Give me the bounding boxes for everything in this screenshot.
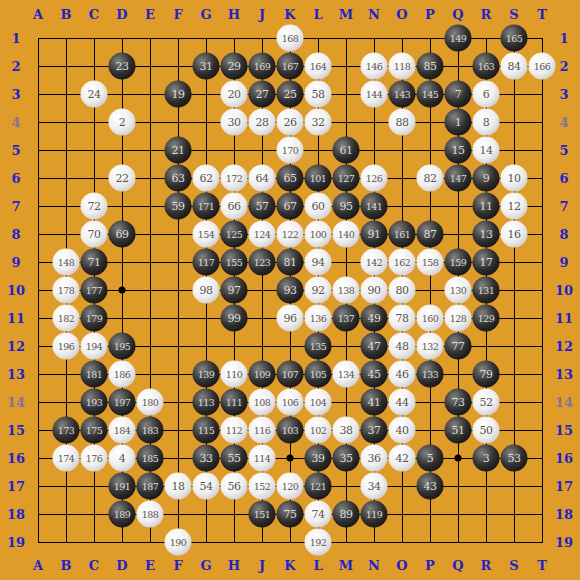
go-stone[interactable]: 84 — [501, 53, 528, 80]
go-stone[interactable]: 91 — [361, 221, 388, 248]
go-stone[interactable]: 172 — [221, 165, 248, 192]
go-board[interactable]: AA11BB22CC33DD44EE55FF66GG77HH88JJ99KK10… — [0, 0, 580, 580]
go-stone[interactable]: 151 — [249, 501, 276, 528]
move-number: 105 — [310, 369, 327, 379]
column-label-bottom: D — [116, 559, 127, 572]
move-number: 38 — [340, 425, 353, 436]
go-stone[interactable]: 190 — [165, 529, 192, 556]
go-stone[interactable]: 36 — [361, 445, 388, 472]
go-stone[interactable]: 128 — [445, 305, 472, 332]
go-stone[interactable]: 107 — [277, 361, 304, 388]
go-stone[interactable]: 42 — [389, 445, 416, 472]
go-stone[interactable]: 7 — [445, 81, 472, 108]
go-stone[interactable]: 118 — [389, 53, 416, 80]
go-stone[interactable]: 79 — [473, 361, 500, 388]
row-label-left: 5 — [11, 144, 20, 157]
row-label-left: 7 — [11, 200, 20, 213]
go-stone[interactable]: 196 — [53, 333, 80, 360]
go-stone[interactable]: 20 — [221, 81, 248, 108]
move-number: 190 — [170, 537, 187, 547]
go-stone[interactable]: 94 — [305, 249, 332, 276]
row-label-right: 10 — [555, 284, 573, 297]
go-stone[interactable]: 142 — [361, 249, 388, 276]
move-number: 185 — [142, 453, 159, 463]
column-label-bottom: B — [61, 559, 72, 572]
move-number: 145 — [422, 89, 439, 99]
move-number: 8 — [483, 117, 490, 128]
row-label-right: 17 — [555, 480, 573, 493]
go-stone[interactable]: 147 — [445, 165, 472, 192]
go-stone[interactable]: 63 — [165, 165, 192, 192]
go-stone[interactable]: 75 — [277, 501, 304, 528]
go-stone[interactable]: 169 — [249, 53, 276, 80]
go-stone[interactable]: 54 — [193, 473, 220, 500]
go-stone[interactable]: 11 — [473, 193, 500, 220]
go-stone[interactable]: 19 — [165, 81, 192, 108]
column-label-top: T — [537, 8, 547, 21]
go-stone[interactable]: 12 — [501, 193, 528, 220]
go-stone[interactable]: 28 — [249, 109, 276, 136]
move-number: 25 — [284, 89, 297, 100]
go-stone[interactable]: 161 — [389, 221, 416, 248]
go-stone[interactable]: 165 — [501, 25, 528, 52]
move-number: 136 — [310, 313, 327, 323]
column-label-top: E — [145, 8, 155, 21]
go-stone[interactable]: 152 — [249, 473, 276, 500]
move-number: 119 — [366, 509, 383, 519]
go-stone[interactable]: 182 — [53, 305, 80, 332]
go-stone[interactable]: 69 — [109, 221, 136, 248]
go-stone[interactable]: 99 — [221, 305, 248, 332]
go-stone[interactable]: 21 — [165, 137, 192, 164]
go-stone[interactable]: 13 — [473, 221, 500, 248]
go-stone[interactable]: 134 — [333, 361, 360, 388]
go-stone[interactable]: 125 — [221, 221, 248, 248]
go-stone[interactable]: 22 — [109, 165, 136, 192]
go-stone[interactable]: 189 — [109, 501, 136, 528]
row-label-left: 12 — [7, 340, 25, 353]
go-stone[interactable]: 187 — [137, 473, 164, 500]
go-stone[interactable]: 64 — [249, 165, 276, 192]
move-number: 128 — [450, 313, 467, 323]
move-number: 187 — [142, 481, 159, 491]
go-stone[interactable]: 43 — [417, 473, 444, 500]
go-stone[interactable]: 33 — [193, 445, 220, 472]
go-stone[interactable]: 82 — [417, 165, 444, 192]
move-number: 117 — [198, 257, 215, 267]
go-stone[interactable]: 87 — [417, 221, 444, 248]
go-stone[interactable]: 177 — [81, 277, 108, 304]
move-number: 59 — [172, 201, 185, 212]
go-stone[interactable]: 80 — [389, 277, 416, 304]
move-number: 146 — [366, 61, 383, 71]
go-stone[interactable]: 77 — [445, 333, 472, 360]
move-number: 15 — [452, 145, 465, 156]
go-stone[interactable]: 167 — [277, 53, 304, 80]
go-stone[interactable]: 173 — [53, 417, 80, 444]
move-number: 14 — [480, 145, 493, 156]
go-stone[interactable]: 171 — [193, 193, 220, 220]
go-stone[interactable]: 129 — [473, 305, 500, 332]
go-stone[interactable]: 90 — [361, 277, 388, 304]
go-stone[interactable]: 102 — [305, 417, 332, 444]
go-stone[interactable]: 131 — [473, 277, 500, 304]
go-stone[interactable]: 1 — [445, 109, 472, 136]
move-number: 95 — [340, 201, 353, 212]
move-number: 183 — [142, 425, 159, 435]
go-stone[interactable]: 65 — [277, 165, 304, 192]
go-stone[interactable]: 154 — [193, 221, 220, 248]
go-stone[interactable]: 47 — [361, 333, 388, 360]
move-number: 74 — [312, 509, 325, 520]
go-stone[interactable]: 148 — [53, 249, 80, 276]
go-stone[interactable]: 115 — [193, 417, 220, 444]
go-stone[interactable]: 188 — [137, 501, 164, 528]
move-number: 94 — [312, 257, 325, 268]
go-stone[interactable]: 18 — [165, 473, 192, 500]
go-stone[interactable]: 89 — [333, 501, 360, 528]
move-number: 147 — [450, 173, 467, 183]
go-stone[interactable]: 81 — [277, 249, 304, 276]
move-number: 112 — [226, 425, 243, 435]
go-stone[interactable]: 127 — [333, 165, 360, 192]
go-stone[interactable]: 29 — [221, 53, 248, 80]
move-number: 90 — [368, 285, 381, 296]
go-stone[interactable]: 112 — [221, 417, 248, 444]
row-label-left: 10 — [7, 284, 25, 297]
go-stone[interactable]: 170 — [277, 137, 304, 164]
go-stone[interactable]: 195 — [109, 333, 136, 360]
go-stone[interactable]: 139 — [193, 361, 220, 388]
move-number: 23 — [116, 61, 129, 72]
move-number: 176 — [86, 453, 103, 463]
go-stone[interactable]: 164 — [305, 53, 332, 80]
go-stone[interactable]: 14 — [473, 137, 500, 164]
move-number: 93 — [284, 285, 297, 296]
go-stone[interactable]: 132 — [417, 333, 444, 360]
go-stone[interactable]: 39 — [305, 445, 332, 472]
go-stone[interactable]: 72 — [81, 193, 108, 220]
go-stone[interactable]: 37 — [361, 417, 388, 444]
move-number: 70 — [88, 229, 101, 240]
move-number: 142 — [366, 257, 383, 267]
row-label-left: 18 — [7, 508, 25, 521]
go-stone[interactable]: 88 — [389, 109, 416, 136]
move-number: 78 — [396, 313, 409, 324]
move-number: 24 — [88, 89, 101, 100]
go-stone[interactable]: 26 — [277, 109, 304, 136]
column-label-top: K — [284, 8, 295, 21]
go-stone[interactable]: 56 — [221, 473, 248, 500]
go-stone[interactable]: 175 — [81, 417, 108, 444]
go-stone[interactable]: 97 — [221, 277, 248, 304]
move-number: 27 — [256, 89, 269, 100]
go-stone[interactable]: 3 — [473, 445, 500, 472]
go-stone[interactable]: 180 — [137, 389, 164, 416]
row-label-left: 14 — [7, 396, 25, 409]
go-stone[interactable]: 174 — [53, 445, 80, 472]
go-stone[interactable]: 192 — [305, 529, 332, 556]
go-stone[interactable]: 123 — [249, 249, 276, 276]
go-stone[interactable]: 116 — [249, 417, 276, 444]
go-stone[interactable]: 120 — [277, 473, 304, 500]
move-number: 41 — [368, 397, 381, 408]
go-stone[interactable]: 108 — [249, 389, 276, 416]
go-stone[interactable]: 106 — [277, 389, 304, 416]
move-number: 114 — [254, 453, 271, 463]
go-stone[interactable]: 57 — [249, 193, 276, 220]
go-stone[interactable]: 121 — [305, 473, 332, 500]
go-stone[interactable]: 55 — [221, 445, 248, 472]
go-stone[interactable]: 117 — [193, 249, 220, 276]
column-label-top: B — [61, 8, 72, 21]
go-stone[interactable]: 45 — [361, 361, 388, 388]
go-stone[interactable]: 135 — [305, 333, 332, 360]
column-label-bottom: Q — [452, 559, 463, 572]
go-stone[interactable]: 138 — [333, 277, 360, 304]
go-stone[interactable]: 143 — [389, 81, 416, 108]
move-number: 196 — [58, 341, 75, 351]
go-stone[interactable]: 111 — [221, 389, 248, 416]
go-stone[interactable]: 4 — [109, 445, 136, 472]
move-number: 167 — [282, 61, 299, 71]
go-stone[interactable]: 5 — [417, 445, 444, 472]
go-stone[interactable]: 176 — [81, 445, 108, 472]
go-stone[interactable]: 6 — [473, 81, 500, 108]
go-stone[interactable]: 136 — [305, 305, 332, 332]
go-stone[interactable]: 168 — [277, 25, 304, 52]
go-stone[interactable]: 93 — [277, 277, 304, 304]
go-stone[interactable]: 126 — [361, 165, 388, 192]
go-stone[interactable]: 9 — [473, 165, 500, 192]
go-stone[interactable]: 130 — [445, 277, 472, 304]
go-stone[interactable]: 27 — [249, 81, 276, 108]
go-stone[interactable]: 67 — [277, 193, 304, 220]
go-stone[interactable]: 53 — [501, 445, 528, 472]
move-number: 62 — [200, 173, 213, 184]
go-stone[interactable]: 133 — [417, 361, 444, 388]
move-number: 19 — [172, 89, 185, 100]
move-number: 43 — [424, 481, 437, 492]
go-stone[interactable]: 70 — [81, 221, 108, 248]
move-number: 193 — [86, 397, 103, 407]
go-stone[interactable]: 183 — [137, 417, 164, 444]
go-stone[interactable]: 62 — [193, 165, 220, 192]
go-stone[interactable]: 40 — [389, 417, 416, 444]
column-label-bottom: R — [481, 559, 492, 572]
column-label-bottom: H — [228, 559, 240, 572]
go-stone[interactable]: 193 — [81, 389, 108, 416]
move-number: 20 — [228, 89, 241, 100]
go-stone[interactable]: 60 — [305, 193, 332, 220]
go-stone[interactable]: 162 — [389, 249, 416, 276]
go-stone[interactable]: 158 — [417, 249, 444, 276]
move-number: 40 — [396, 425, 409, 436]
move-number: 174 — [58, 453, 75, 463]
go-stone[interactable]: 122 — [277, 221, 304, 248]
go-stone[interactable]: 41 — [361, 389, 388, 416]
row-label-right: 9 — [559, 256, 568, 269]
move-number: 133 — [422, 369, 439, 379]
go-stone[interactable]: 8 — [473, 109, 500, 136]
go-stone[interactable]: 66 — [221, 193, 248, 220]
column-label-bottom: A — [33, 559, 43, 572]
go-stone[interactable]: 114 — [249, 445, 276, 472]
move-number: 194 — [86, 341, 103, 351]
column-label-bottom: L — [313, 559, 322, 572]
row-label-right: 2 — [559, 60, 568, 73]
go-stone[interactable]: 124 — [249, 221, 276, 248]
go-stone[interactable]: 184 — [109, 417, 136, 444]
go-stone[interactable]: 10 — [501, 165, 528, 192]
go-stone[interactable]: 145 — [417, 81, 444, 108]
go-stone[interactable]: 23 — [109, 53, 136, 80]
go-stone[interactable]: 105 — [305, 361, 332, 388]
go-stone[interactable]: 109 — [249, 361, 276, 388]
go-stone[interactable]: 119 — [361, 501, 388, 528]
go-stone[interactable]: 186 — [109, 361, 136, 388]
go-stone[interactable]: 58 — [305, 81, 332, 108]
go-stone[interactable]: 92 — [305, 277, 332, 304]
go-stone[interactable]: 32 — [305, 109, 332, 136]
move-number: 12 — [508, 201, 521, 212]
go-stone[interactable]: 51 — [445, 417, 472, 444]
move-number: 9 — [483, 173, 490, 184]
move-number: 48 — [396, 341, 409, 352]
go-stone[interactable]: 15 — [445, 137, 472, 164]
go-stone[interactable]: 59 — [165, 193, 192, 220]
go-stone[interactable]: 24 — [81, 81, 108, 108]
go-stone[interactable]: 71 — [81, 249, 108, 276]
move-number: 122 — [282, 229, 299, 239]
move-number: 71 — [88, 257, 101, 268]
go-stone[interactable]: 163 — [473, 53, 500, 80]
go-stone[interactable]: 2 — [109, 109, 136, 136]
move-number: 161 — [394, 229, 411, 239]
go-stone[interactable]: 73 — [445, 389, 472, 416]
move-number: 22 — [116, 173, 129, 184]
move-number: 44 — [396, 397, 409, 408]
move-number: 127 — [338, 173, 355, 183]
move-number: 53 — [508, 453, 521, 464]
move-number: 88 — [396, 117, 409, 128]
go-stone[interactable]: 197 — [109, 389, 136, 416]
go-stone[interactable]: 52 — [473, 389, 500, 416]
go-stone[interactable]: 17 — [473, 249, 500, 276]
go-stone[interactable]: 155 — [221, 249, 248, 276]
go-stone[interactable]: 113 — [193, 389, 220, 416]
go-stone[interactable]: 16 — [501, 221, 528, 248]
go-stone[interactable]: 160 — [417, 305, 444, 332]
go-stone[interactable]: 85 — [417, 53, 444, 80]
go-stone[interactable]: 185 — [137, 445, 164, 472]
move-number: 55 — [228, 453, 241, 464]
go-stone[interactable]: 100 — [305, 221, 332, 248]
go-stone[interactable]: 149 — [445, 25, 472, 52]
move-number: 123 — [254, 257, 271, 267]
column-label-bottom: G — [200, 559, 211, 572]
go-stone[interactable]: 96 — [277, 305, 304, 332]
move-number: 121 — [310, 481, 327, 491]
go-stone[interactable]: 95 — [333, 193, 360, 220]
move-number: 85 — [424, 61, 437, 72]
move-number: 191 — [114, 481, 131, 491]
row-label-right: 1 — [559, 32, 568, 45]
go-stone[interactable]: 181 — [81, 361, 108, 388]
go-stone[interactable]: 101 — [305, 165, 332, 192]
go-stone[interactable]: 144 — [361, 81, 388, 108]
row-label-left: 17 — [7, 480, 25, 493]
go-stone[interactable]: 141 — [361, 193, 388, 220]
row-label-right: 11 — [555, 312, 573, 325]
column-label-bottom: C — [89, 559, 99, 572]
go-stone[interactable]: 49 — [361, 305, 388, 332]
move-number: 57 — [256, 201, 269, 212]
go-stone[interactable]: 179 — [81, 305, 108, 332]
go-stone[interactable]: 191 — [109, 473, 136, 500]
move-number: 115 — [198, 425, 215, 435]
go-stone[interactable]: 78 — [389, 305, 416, 332]
go-stone[interactable]: 74 — [305, 501, 332, 528]
go-stone[interactable]: 166 — [529, 53, 556, 80]
move-number: 170 — [282, 145, 299, 155]
go-stone[interactable]: 50 — [473, 417, 500, 444]
column-label-top: N — [368, 8, 380, 21]
go-stone[interactable]: 146 — [361, 53, 388, 80]
go-stone[interactable]: 194 — [81, 333, 108, 360]
row-label-left: 13 — [7, 368, 25, 381]
go-stone[interactable]: 35 — [333, 445, 360, 472]
go-stone[interactable]: 178 — [53, 277, 80, 304]
go-stone[interactable]: 103 — [277, 417, 304, 444]
go-stone[interactable]: 48 — [389, 333, 416, 360]
move-number: 92 — [312, 285, 325, 296]
move-number: 80 — [396, 285, 409, 296]
go-stone[interactable]: 30 — [221, 109, 248, 136]
move-number: 32 — [312, 117, 325, 128]
move-number: 33 — [200, 453, 213, 464]
go-stone[interactable]: 44 — [389, 389, 416, 416]
move-number: 5 — [427, 453, 434, 464]
move-number: 159 — [450, 257, 467, 267]
go-stone[interactable]: 110 — [221, 361, 248, 388]
move-number: 118 — [394, 61, 411, 71]
go-stone[interactable]: 98 — [193, 277, 220, 304]
move-number: 107 — [282, 369, 299, 379]
column-label-top: J — [259, 8, 265, 21]
go-stone[interactable]: 104 — [305, 389, 332, 416]
move-number: 100 — [310, 229, 327, 239]
move-number: 103 — [282, 425, 299, 435]
go-stone[interactable]: 31 — [193, 53, 220, 80]
move-number: 172 — [226, 173, 243, 183]
go-stone[interactable]: 46 — [389, 361, 416, 388]
move-number: 64 — [256, 173, 269, 184]
go-stone[interactable]: 38 — [333, 417, 360, 444]
go-stone[interactable]: 34 — [361, 473, 388, 500]
move-number: 18 — [172, 481, 185, 492]
move-number: 39 — [312, 453, 325, 464]
move-number: 139 — [198, 369, 215, 379]
column-label-top: C — [89, 8, 99, 21]
move-number: 104 — [310, 397, 327, 407]
go-stone[interactable]: 61 — [333, 137, 360, 164]
go-stone[interactable]: 137 — [333, 305, 360, 332]
go-stone[interactable]: 140 — [333, 221, 360, 248]
go-stone[interactable]: 25 — [277, 81, 304, 108]
go-stone[interactable]: 159 — [445, 249, 472, 276]
move-number: 130 — [450, 285, 467, 295]
